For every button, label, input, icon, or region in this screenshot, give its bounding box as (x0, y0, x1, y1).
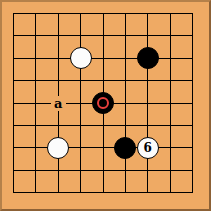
point-label-a: a (51, 96, 66, 111)
red-circle-marker (97, 97, 109, 109)
white-stone (47, 137, 69, 159)
white-stone (70, 47, 92, 69)
marked-black-stone (92, 92, 114, 114)
go-diagram: 6a (0, 0, 211, 211)
numbered-white-stone: 6 (137, 137, 159, 159)
black-stone (137, 47, 159, 69)
move-number: 6 (144, 141, 152, 153)
black-stone (114, 137, 136, 159)
go-board: 6a (0, 0, 211, 211)
board-grid-lines: 6a (13, 13, 193, 193)
